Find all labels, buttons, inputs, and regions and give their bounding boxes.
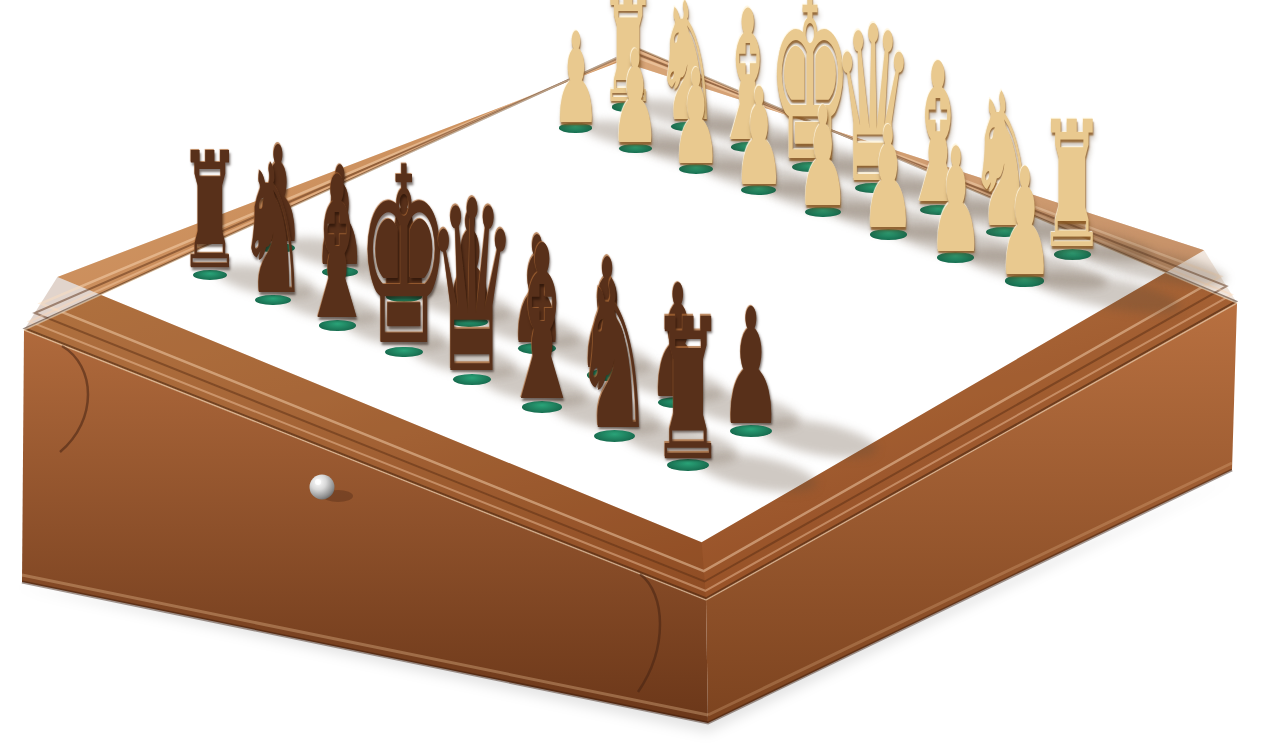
- square-b2: [897, 232, 1015, 281]
- felt-base: [453, 374, 492, 385]
- square-c2: [830, 210, 947, 258]
- black-pawn: ♟: [252, 129, 302, 262]
- square-a6: [745, 367, 877, 427]
- piece-shadow: [477, 361, 592, 412]
- white-bishop: ♝: [901, 38, 974, 231]
- black-rook: ♜: [651, 292, 725, 487]
- felt-base: [792, 162, 826, 172]
- piece-shadow: [342, 308, 451, 356]
- square-h8: [144, 248, 275, 300]
- piece-shadow: [893, 217, 1040, 272]
- case-top-lip: [24, 48, 1237, 600]
- chess-case: [0, 0, 1280, 750]
- white-pawn: ♟: [611, 34, 660, 162]
- felt-base: [667, 459, 709, 471]
- felt-base: [559, 123, 591, 132]
- white-queen: ♛: [832, 0, 914, 213]
- felt-base: [658, 397, 698, 409]
- piece-shadow: [619, 416, 741, 469]
- piece-shadow: [1077, 237, 1229, 294]
- white-king: ♚: [767, 0, 852, 193]
- piece-shadow: [542, 330, 656, 380]
- white-knight: ♞: [969, 68, 1039, 252]
- square-c1: [881, 186, 995, 232]
- felt-base: [741, 185, 776, 195]
- square-d3: [711, 212, 830, 260]
- square-b3: [844, 257, 965, 308]
- square-f3: [584, 169, 701, 215]
- black-pawn: ♟: [509, 217, 565, 365]
- square-h1: [573, 86, 683, 126]
- white-pawn: ♟: [928, 129, 983, 274]
- knob-shadow: [323, 490, 353, 502]
- square-b6: [673, 341, 804, 399]
- black-pawn: ♟: [442, 194, 497, 338]
- felt-base: [522, 401, 562, 412]
- board-walnut-band: [69, 64, 1194, 536]
- felt-base: [619, 144, 652, 154]
- felt-base: [385, 347, 423, 358]
- square-b1: [947, 208, 1062, 255]
- square-c3: [777, 234, 897, 284]
- white-rook: ♜: [1039, 100, 1105, 275]
- square-g7: [275, 245, 404, 297]
- square-g2: [578, 126, 691, 169]
- square-f7: [339, 269, 469, 322]
- square-e1: [753, 145, 865, 188]
- square-a1: [1014, 229, 1130, 278]
- square-f2: [639, 146, 753, 190]
- white-pawn: ♟: [996, 149, 1052, 298]
- black-pawn: ♟: [314, 150, 366, 287]
- white-pawn: ♟: [733, 71, 784, 206]
- piece-shadow: [474, 304, 585, 352]
- piece-shadow: [632, 92, 760, 140]
- felt-base: [679, 164, 713, 174]
- board-grid: [144, 86, 1130, 497]
- black-pawn: ♟: [721, 288, 782, 449]
- square-h5: [343, 173, 464, 219]
- square-g4: [465, 171, 584, 217]
- felt-base: [730, 425, 771, 437]
- felt-base: [260, 243, 294, 253]
- square-b8: [545, 403, 683, 466]
- square-d4: [655, 237, 777, 287]
- drawer-knob-icon: [310, 475, 335, 500]
- piece-shadow: [700, 153, 836, 204]
- square-e5: [531, 240, 655, 291]
- piece-shadow: [942, 193, 1086, 247]
- black-bishop: ♝: [501, 217, 582, 431]
- piece-shadow: [756, 411, 880, 465]
- black-pawn: ♟: [648, 263, 707, 419]
- square-c7: [540, 345, 673, 404]
- felt-base: [1054, 249, 1092, 260]
- felt-base: [322, 267, 357, 277]
- felt-base: [319, 320, 356, 331]
- piece-shadow: [344, 255, 449, 301]
- square-a2: [965, 255, 1084, 305]
- white-pawn: ♟: [552, 16, 600, 141]
- piece-layer: ♜♞♝♛♚♝♞♜♟♟♟♟♟♟♟♟♟♟♟♟♟♟♟♟♜♞♝♛♚♝♞♜: [0, 0, 1280, 750]
- black-pawn: ♟: [578, 240, 636, 392]
- white-pawn: ♟: [862, 109, 916, 250]
- square-e7: [404, 294, 535, 349]
- square-c4: [721, 260, 844, 312]
- black-knight: ♞: [575, 254, 653, 459]
- felt-base: [805, 207, 841, 217]
- felt-base: [920, 205, 956, 215]
- square-h6: [280, 197, 404, 245]
- square-h3: [463, 128, 578, 171]
- piece-shadow: [1009, 215, 1157, 271]
- square-c8: [473, 376, 610, 437]
- square-d2: [765, 188, 881, 234]
- felt-base: [612, 102, 644, 111]
- piece-shadow: [814, 151, 952, 203]
- square-h4: [404, 150, 522, 195]
- square-c5: [663, 287, 789, 341]
- square-d7: [471, 319, 603, 376]
- square-d8: [404, 349, 540, 408]
- piece-shadow: [611, 356, 728, 407]
- piece-shadow: [547, 388, 666, 440]
- felt-base: [870, 229, 906, 240]
- black-pawn: ♟: [377, 172, 430, 312]
- felt-base: [518, 343, 556, 354]
- felt-base: [587, 369, 626, 380]
- piece-shadow: [752, 131, 887, 181]
- piece-shadow: [877, 172, 1018, 225]
- piece-shadow: [693, 445, 819, 500]
- white-rook: ♜: [600, 0, 656, 123]
- piece-shadow: [214, 258, 317, 303]
- piece-shadow: [282, 231, 384, 276]
- black-queen: ♛: [427, 169, 517, 406]
- piece-shadow: [639, 133, 772, 183]
- piece-shadow: [277, 283, 383, 330]
- black-rook: ♜: [179, 132, 240, 293]
- piece-shadow: [408, 279, 516, 326]
- piece-shadow: [683, 383, 803, 436]
- felt-base: [731, 142, 765, 152]
- square-f5: [467, 217, 590, 266]
- square-e4: [590, 214, 711, 263]
- square-d5: [596, 263, 721, 315]
- piece-shadow: [1029, 263, 1183, 321]
- square-e8: [336, 322, 471, 379]
- case-front-face: [22, 330, 708, 723]
- floor-shadow: [16, 476, 1238, 733]
- square-h2: [519, 106, 632, 148]
- square-e3: [647, 190, 765, 237]
- square-f6: [404, 242, 530, 293]
- felt-base: [937, 252, 974, 263]
- piece-shadow: [827, 195, 970, 249]
- square-g1: [632, 105, 743, 146]
- square-f8: [270, 297, 404, 353]
- square-a8: [618, 432, 758, 497]
- white-pawn: ♟: [797, 90, 849, 228]
- square-h7: [213, 222, 341, 272]
- square-g8: [206, 272, 338, 326]
- white-pawn: ♟: [671, 52, 721, 183]
- felt-base: [451, 317, 488, 328]
- felt-base: [193, 270, 228, 280]
- square-g5: [404, 194, 526, 242]
- board-maple-margin: [126, 81, 1146, 507]
- square-b7: [610, 371, 745, 431]
- drawer-right-seam: [638, 574, 660, 692]
- black-knight: ♞: [239, 142, 307, 320]
- square-d6: [535, 290, 664, 344]
- piece-shadow: [960, 240, 1110, 296]
- black-bishop: ♝: [300, 151, 375, 348]
- white-knight: ♞: [656, 0, 718, 145]
- felt-base: [255, 295, 291, 305]
- piece-shadow: [763, 174, 903, 226]
- square-a3: [914, 281, 1036, 334]
- chess-board: [57, 61, 1204, 542]
- white-bishop: ♝: [714, 0, 782, 167]
- square-e6: [469, 266, 597, 319]
- square-g6: [341, 219, 466, 269]
- piece-shadow: [408, 334, 520, 383]
- square-b5: [733, 312, 860, 367]
- piece-shadow: [579, 113, 709, 162]
- square-d1: [816, 165, 929, 210]
- felt-base: [671, 122, 704, 131]
- square-a5: [804, 337, 932, 394]
- square-f4: [526, 192, 646, 239]
- felt-base: [855, 183, 890, 193]
- square-a7: [683, 399, 819, 461]
- felt-base: [986, 227, 1023, 238]
- square-b4: [790, 284, 914, 337]
- black-king: ♚: [357, 135, 450, 380]
- square-a4: [860, 308, 985, 363]
- felt-base: [1005, 275, 1043, 286]
- square-c6: [603, 315, 733, 371]
- chess-set-scene: ♜♞♝♛♚♝♞♜♟♟♟♟♟♟♟♟♟♟♟♟♟♟♟♟♜♞♝♛♚♝♞♜: [0, 0, 1280, 750]
- felt-base: [386, 291, 422, 301]
- case-right-face: [706, 303, 1237, 723]
- felt-base: [594, 430, 635, 442]
- board-pinstripe: [116, 78, 1155, 512]
- square-f1: [692, 125, 804, 167]
- piece-shadow: [691, 111, 822, 160]
- square-g3: [523, 148, 639, 192]
- drawer-left-seam: [60, 346, 88, 452]
- square-e2: [701, 167, 816, 212]
